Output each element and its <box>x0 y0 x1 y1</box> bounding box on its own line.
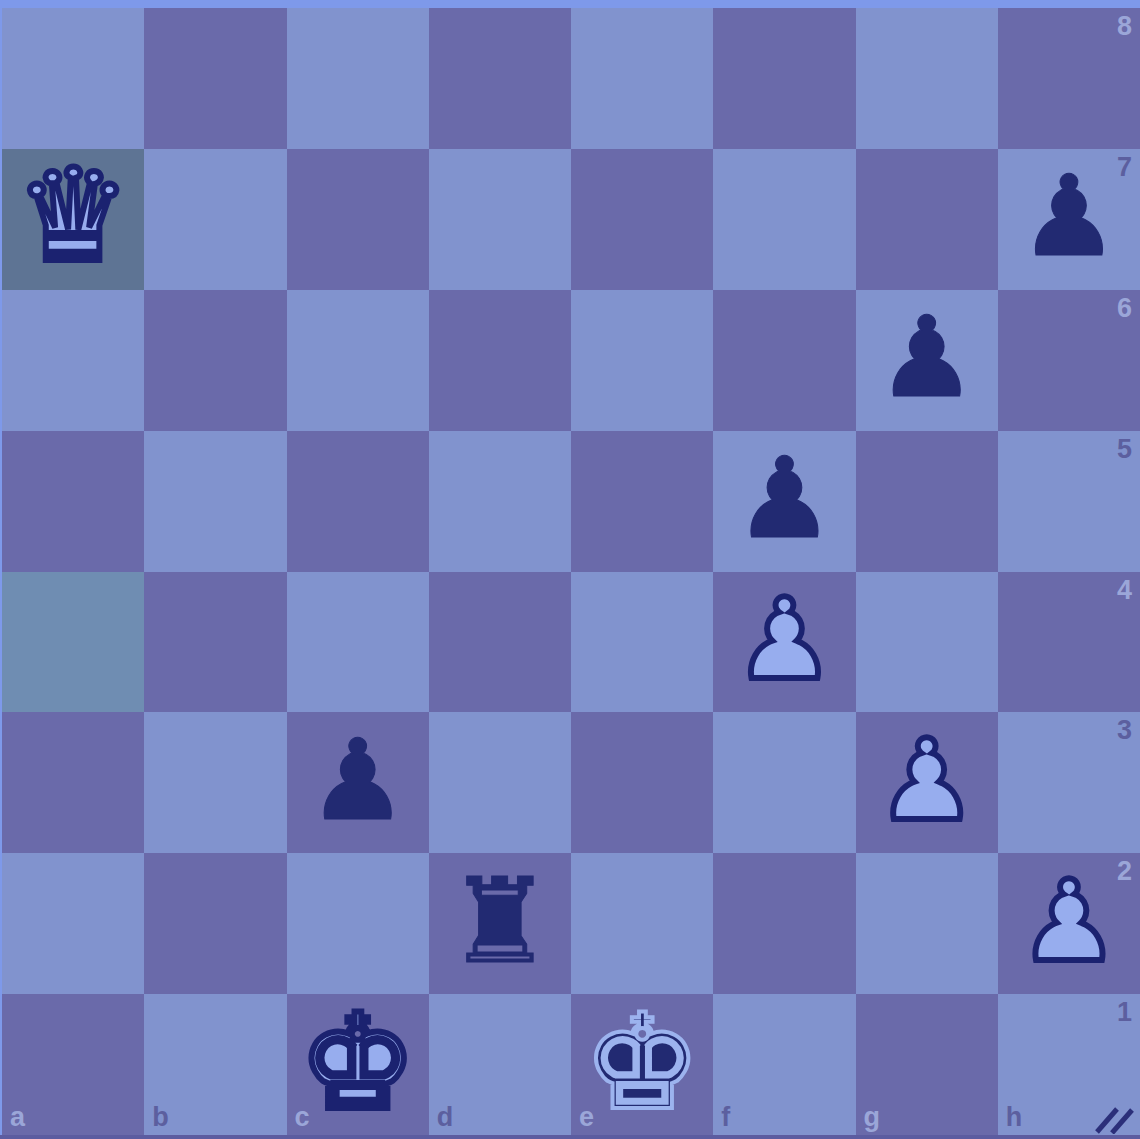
square-b5[interactable] <box>144 431 286 572</box>
square-h2[interactable]: 2♟ <box>998 853 1140 994</box>
square-h4[interactable]: 4 <box>998 572 1140 713</box>
rank-label-2: 2 <box>1117 858 1132 885</box>
white-pawn-piece[interactable]: ♟ <box>734 583 834 695</box>
file-label-b: b <box>152 1104 169 1131</box>
square-a8[interactable] <box>2 8 144 149</box>
square-h5[interactable]: 5 <box>998 431 1140 572</box>
rank-label-6: 6 <box>1117 295 1132 322</box>
page-background-bottom-strip <box>0 1135 1140 1139</box>
chess-app-screen: 8♛7♟♟6♟5♟4♟♟3♜2♟abc♚de♚fg1h <box>0 0 1140 1139</box>
square-c5[interactable] <box>287 431 429 572</box>
black-pawn-piece[interactable]: ♟ <box>307 724 407 836</box>
square-b3[interactable] <box>144 712 286 853</box>
square-a6[interactable] <box>2 290 144 431</box>
square-a1[interactable]: a <box>2 994 144 1135</box>
square-f3[interactable] <box>713 712 855 853</box>
square-f5[interactable]: ♟ <box>713 431 855 572</box>
square-e1[interactable]: e♚ <box>571 994 713 1135</box>
file-label-d: d <box>437 1104 454 1131</box>
rank-label-3: 3 <box>1117 717 1132 744</box>
square-g1[interactable]: g <box>856 994 998 1135</box>
square-c1[interactable]: c♚ <box>287 994 429 1135</box>
square-b1[interactable]: b <box>144 994 286 1135</box>
page-background-top-bar <box>0 0 1140 8</box>
square-a5[interactable] <box>2 431 144 572</box>
square-g4[interactable] <box>856 572 998 713</box>
square-d2[interactable]: ♜ <box>429 853 571 994</box>
square-e2[interactable] <box>571 853 713 994</box>
chess-board: 8♛7♟♟6♟5♟4♟♟3♜2♟abc♚de♚fg1h <box>0 8 1140 1135</box>
rank-label-1: 1 <box>1117 999 1132 1026</box>
square-d8[interactable] <box>429 8 571 149</box>
square-b7[interactable] <box>144 149 286 290</box>
rank-label-8: 8 <box>1117 13 1132 40</box>
square-g3[interactable]: ♟ <box>856 712 998 853</box>
file-label-f: f <box>721 1104 730 1131</box>
black-pawn-piece[interactable]: ♟ <box>1019 160 1119 272</box>
square-f6[interactable] <box>713 290 855 431</box>
square-f1[interactable]: f <box>713 994 855 1135</box>
square-d4[interactable] <box>429 572 571 713</box>
square-c7[interactable] <box>287 149 429 290</box>
black-rook-piece[interactable]: ♜ <box>447 862 553 980</box>
square-f2[interactable] <box>713 853 855 994</box>
square-e6[interactable] <box>571 290 713 431</box>
square-g6[interactable]: ♟ <box>856 290 998 431</box>
square-e8[interactable] <box>571 8 713 149</box>
rank-label-4: 4 <box>1117 577 1132 604</box>
black-pawn-piece[interactable]: ♟ <box>734 442 834 554</box>
square-c2[interactable] <box>287 853 429 994</box>
square-h7[interactable]: 7♟ <box>998 149 1140 290</box>
file-label-g: g <box>864 1104 881 1131</box>
square-g2[interactable] <box>856 853 998 994</box>
black-pawn-piece[interactable]: ♟ <box>876 301 976 413</box>
white-king-piece[interactable]: ♚ <box>298 996 416 1128</box>
square-d3[interactable] <box>429 712 571 853</box>
rank-label-5: 5 <box>1117 436 1132 463</box>
square-f8[interactable] <box>713 8 855 149</box>
square-c6[interactable] <box>287 290 429 431</box>
square-e3[interactable] <box>571 712 713 853</box>
square-b6[interactable] <box>144 290 286 431</box>
file-label-h: h <box>1006 1104 1023 1131</box>
square-d6[interactable] <box>429 290 571 431</box>
square-b8[interactable] <box>144 8 286 149</box>
square-c4[interactable] <box>287 572 429 713</box>
square-d1[interactable]: d <box>429 994 571 1135</box>
square-h3[interactable]: 3 <box>998 712 1140 853</box>
square-a3[interactable] <box>2 712 144 853</box>
square-a2[interactable] <box>2 853 144 994</box>
square-c3[interactable]: ♟ <box>287 712 429 853</box>
square-f4[interactable]: ♟ <box>713 572 855 713</box>
square-f7[interactable] <box>713 149 855 290</box>
square-e7[interactable] <box>571 149 713 290</box>
file-label-a: a <box>10 1104 25 1131</box>
square-c8[interactable] <box>287 8 429 149</box>
square-e4[interactable] <box>571 572 713 713</box>
square-g5[interactable] <box>856 431 998 572</box>
square-e5[interactable] <box>571 431 713 572</box>
square-d7[interactable] <box>429 149 571 290</box>
square-a7[interactable]: ♛ <box>2 149 144 290</box>
white-pawn-piece[interactable]: ♟ <box>1019 865 1119 977</box>
white-pawn-piece[interactable]: ♟ <box>876 724 976 836</box>
square-g8[interactable] <box>856 8 998 149</box>
square-a4[interactable] <box>2 572 144 713</box>
square-h8[interactable]: 8 <box>998 8 1140 149</box>
square-d5[interactable] <box>429 431 571 572</box>
square-b4[interactable] <box>144 572 286 713</box>
rank-label-7: 7 <box>1117 154 1132 181</box>
black-king-piece[interactable]: ♚ <box>583 996 701 1128</box>
square-h6[interactable]: 6 <box>998 290 1140 431</box>
board-resize-handle[interactable] <box>1090 1104 1138 1134</box>
square-b2[interactable] <box>144 853 286 994</box>
white-queen-piece[interactable]: ♛ <box>16 152 131 280</box>
square-g7[interactable] <box>856 149 998 290</box>
